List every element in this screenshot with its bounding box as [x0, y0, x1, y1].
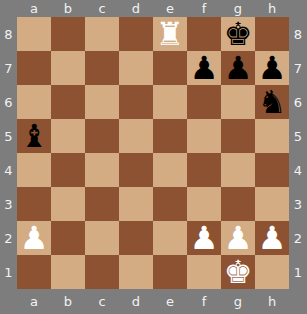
square-h7[interactable]: ♟ — [255, 51, 289, 85]
square-g4[interactable] — [221, 153, 255, 187]
square-b8[interactable] — [51, 17, 85, 51]
rank-label-6: 6 — [289, 85, 307, 119]
square-f3[interactable] — [187, 187, 221, 221]
square-g3[interactable] — [221, 187, 255, 221]
white-pawn[interactable]: ♟ — [224, 222, 253, 254]
rank-label-5: 5 — [289, 119, 307, 153]
file-label-h: h — [255, 289, 289, 314]
file-label-b: b — [51, 289, 85, 314]
square-b2[interactable] — [51, 221, 85, 255]
black-knight[interactable]: ♞ — [258, 86, 287, 118]
square-c5[interactable] — [85, 119, 119, 153]
square-e1[interactable] — [153, 255, 187, 289]
square-d1[interactable] — [119, 255, 153, 289]
square-h4[interactable] — [255, 153, 289, 187]
white-king[interactable]: ♚ — [224, 256, 253, 288]
white-pawn[interactable]: ♟ — [20, 222, 49, 254]
square-f8[interactable] — [187, 17, 221, 51]
rank-label-5: 5 — [0, 119, 17, 153]
square-g5[interactable] — [221, 119, 255, 153]
square-f4[interactable] — [187, 153, 221, 187]
file-label-c: c — [85, 289, 119, 314]
file-label-f: f — [187, 0, 221, 17]
square-a7[interactable] — [17, 51, 51, 85]
white-rook[interactable]: ♜ — [156, 18, 185, 50]
square-g8[interactable]: ♚ — [221, 17, 255, 51]
rank-label-7: 7 — [0, 51, 17, 85]
rank-label-3: 3 — [289, 187, 307, 221]
rank-label-1: 1 — [289, 255, 307, 289]
square-c8[interactable] — [85, 17, 119, 51]
square-g6[interactable] — [221, 85, 255, 119]
rank-label-6: 6 — [0, 85, 17, 119]
square-f5[interactable] — [187, 119, 221, 153]
rank-label-1: 1 — [0, 255, 17, 289]
rank-labels-right: 87654321 — [289, 17, 307, 289]
square-d4[interactable] — [119, 153, 153, 187]
square-c4[interactable] — [85, 153, 119, 187]
file-label-g: g — [221, 289, 255, 314]
square-e7[interactable] — [153, 51, 187, 85]
chess-board-window: abcdefgh abcdefgh 87654321 87654321 ♜♚♟♟… — [0, 0, 307, 314]
square-e6[interactable] — [153, 85, 187, 119]
square-d8[interactable] — [119, 17, 153, 51]
square-e4[interactable] — [153, 153, 187, 187]
square-d2[interactable] — [119, 221, 153, 255]
square-f2[interactable]: ♟ — [187, 221, 221, 255]
file-label-e: e — [153, 0, 187, 17]
white-pawn[interactable]: ♟ — [258, 222, 287, 254]
square-g1[interactable]: ♚ — [221, 255, 255, 289]
rank-label-2: 2 — [0, 221, 17, 255]
rank-label-3: 3 — [0, 187, 17, 221]
black-bishop[interactable]: ♝ — [20, 120, 49, 152]
square-d6[interactable] — [119, 85, 153, 119]
file-labels-bottom: abcdefgh — [17, 289, 289, 314]
square-a2[interactable]: ♟ — [17, 221, 51, 255]
square-e5[interactable] — [153, 119, 187, 153]
square-a1[interactable] — [17, 255, 51, 289]
square-a8[interactable] — [17, 17, 51, 51]
square-c2[interactable] — [85, 221, 119, 255]
rank-labels-left: 87654321 — [0, 17, 17, 289]
file-label-h: h — [255, 0, 289, 17]
square-g2[interactable]: ♟ — [221, 221, 255, 255]
square-e8[interactable]: ♜ — [153, 17, 187, 51]
square-e2[interactable] — [153, 221, 187, 255]
square-c7[interactable] — [85, 51, 119, 85]
black-pawn[interactable]: ♟ — [224, 52, 253, 84]
square-a6[interactable] — [17, 85, 51, 119]
square-b4[interactable] — [51, 153, 85, 187]
square-b5[interactable] — [51, 119, 85, 153]
square-d7[interactable] — [119, 51, 153, 85]
square-g7[interactable]: ♟ — [221, 51, 255, 85]
square-c3[interactable] — [85, 187, 119, 221]
file-label-f: f — [187, 289, 221, 314]
rank-label-4: 4 — [0, 153, 17, 187]
square-h3[interactable] — [255, 187, 289, 221]
square-h2[interactable]: ♟ — [255, 221, 289, 255]
square-a4[interactable] — [17, 153, 51, 187]
file-label-a: a — [17, 0, 51, 17]
square-e3[interactable] — [153, 187, 187, 221]
file-label-d: d — [119, 0, 153, 17]
black-pawn[interactable]: ♟ — [190, 52, 219, 84]
square-c6[interactable] — [85, 85, 119, 119]
file-label-d: d — [119, 289, 153, 314]
rank-label-2: 2 — [289, 221, 307, 255]
black-pawn[interactable]: ♟ — [258, 52, 287, 84]
rank-label-8: 8 — [0, 17, 17, 51]
square-d3[interactable] — [119, 187, 153, 221]
white-pawn[interactable]: ♟ — [190, 222, 219, 254]
square-a5[interactable]: ♝ — [17, 119, 51, 153]
rank-label-4: 4 — [289, 153, 307, 187]
file-label-b: b — [51, 0, 85, 17]
file-labels-top: abcdefgh — [17, 0, 289, 17]
square-a3[interactable] — [17, 187, 51, 221]
square-h6[interactable]: ♞ — [255, 85, 289, 119]
black-king[interactable]: ♚ — [224, 18, 253, 50]
square-h1[interactable] — [255, 255, 289, 289]
file-label-c: c — [85, 0, 119, 17]
square-b1[interactable] — [51, 255, 85, 289]
square-f6[interactable] — [187, 85, 221, 119]
square-b7[interactable] — [51, 51, 85, 85]
board: ♜♚♟♟♟♞♝♟♟♟♟♚ — [17, 17, 289, 289]
square-c1[interactable] — [85, 255, 119, 289]
square-f7[interactable]: ♟ — [187, 51, 221, 85]
square-d5[interactable] — [119, 119, 153, 153]
square-b6[interactable] — [51, 85, 85, 119]
square-h8[interactable] — [255, 17, 289, 51]
file-label-e: e — [153, 289, 187, 314]
square-h5[interactable] — [255, 119, 289, 153]
square-f1[interactable] — [187, 255, 221, 289]
rank-label-7: 7 — [289, 51, 307, 85]
file-label-g: g — [221, 0, 255, 17]
file-label-a: a — [17, 289, 51, 314]
square-b3[interactable] — [51, 187, 85, 221]
rank-label-8: 8 — [289, 17, 307, 51]
